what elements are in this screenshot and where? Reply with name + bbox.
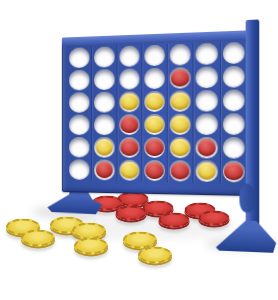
cell-r3c7[interactable] [220,88,247,112]
cell-r3c3[interactable] [116,90,141,113]
yellow-checker [120,161,138,179]
right-post-knob [239,183,255,212]
cell-r1c1[interactable] [67,46,91,69]
empty-hole [223,42,245,64]
cell-r3c4[interactable] [141,90,167,113]
cell-r6c6[interactable] [193,159,220,183]
empty-hole [144,68,165,89]
empty-hole [94,47,114,67]
cell-r5c1[interactable] [67,136,91,158]
empty-hole [119,46,139,67]
empty-hole [119,69,139,90]
red-checker [120,116,138,134]
cell-r6c2[interactable] [92,159,117,182]
board-assembly [47,19,271,257]
empty-hole [69,160,89,180]
cell-r5c2[interactable] [92,136,117,159]
cell-r4c2[interactable] [92,113,117,136]
cell-r2c6[interactable] [193,65,220,89]
empty-hole [223,90,245,111]
connect-four-photo [0,0,278,300]
cell-r6c4[interactable] [141,159,167,182]
red-checker [145,139,163,157]
empty-hole [94,69,114,89]
cell-r3c1[interactable] [67,91,91,114]
red-checker [120,139,138,157]
empty-hole [223,66,245,87]
empty-hole [69,115,89,135]
cell-r4c6[interactable] [193,112,220,136]
cell-r1c7[interactable] [220,41,247,66]
empty-hole [69,70,89,90]
cell-r5c6[interactable] [193,136,220,160]
cell-r5c3[interactable] [116,136,141,159]
cell-r1c6[interactable] [193,42,220,66]
cell-r1c5[interactable] [167,43,193,67]
empty-hole [69,48,89,68]
cell-r2c3[interactable] [116,67,141,90]
empty-hole [196,90,218,111]
yellow-checker [120,93,138,111]
cell-r5c7[interactable] [220,136,247,160]
right-support-foot [216,220,276,253]
cell-r4c3[interactable] [116,113,141,136]
empty-hole [196,43,218,64]
empty-hole [94,92,114,112]
board-grid [67,41,246,184]
cell-r2c2[interactable] [92,68,117,91]
cell-r4c7[interactable] [220,112,247,136]
cell-r3c2[interactable] [92,91,117,114]
empty-hole [170,44,191,65]
cell-r3c5[interactable] [167,89,193,113]
cell-r4c4[interactable] [141,113,167,136]
cell-r2c1[interactable] [67,69,91,92]
cell-r2c5[interactable] [167,66,193,90]
empty-hole [196,114,218,135]
red-checker [224,162,243,181]
cell-r5c5[interactable] [167,136,193,159]
cell-r6c3[interactable] [116,159,141,182]
cell-r6c5[interactable] [167,159,193,183]
empty-hole [223,114,245,135]
cell-r1c2[interactable] [92,45,117,68]
cell-r3c6[interactable] [193,89,220,113]
cell-r2c4[interactable] [141,67,167,91]
empty-hole [69,137,89,157]
cell-r5c4[interactable] [141,136,167,159]
empty-hole [144,45,165,66]
red-checker [145,161,163,179]
cell-r2c7[interactable] [220,65,247,89]
empty-hole [94,115,114,135]
cell-r4c5[interactable] [167,113,193,136]
yellow-checker [145,115,163,133]
connect-four-board [62,30,253,196]
cell-r6c7[interactable] [220,160,247,184]
empty-hole [69,93,89,113]
cell-r6c1[interactable] [67,158,91,181]
cell-r1c3[interactable] [116,44,141,68]
empty-hole [223,137,245,158]
cell-r4c1[interactable] [67,114,91,136]
empty-hole [196,67,218,88]
cell-r1c4[interactable] [141,44,167,68]
